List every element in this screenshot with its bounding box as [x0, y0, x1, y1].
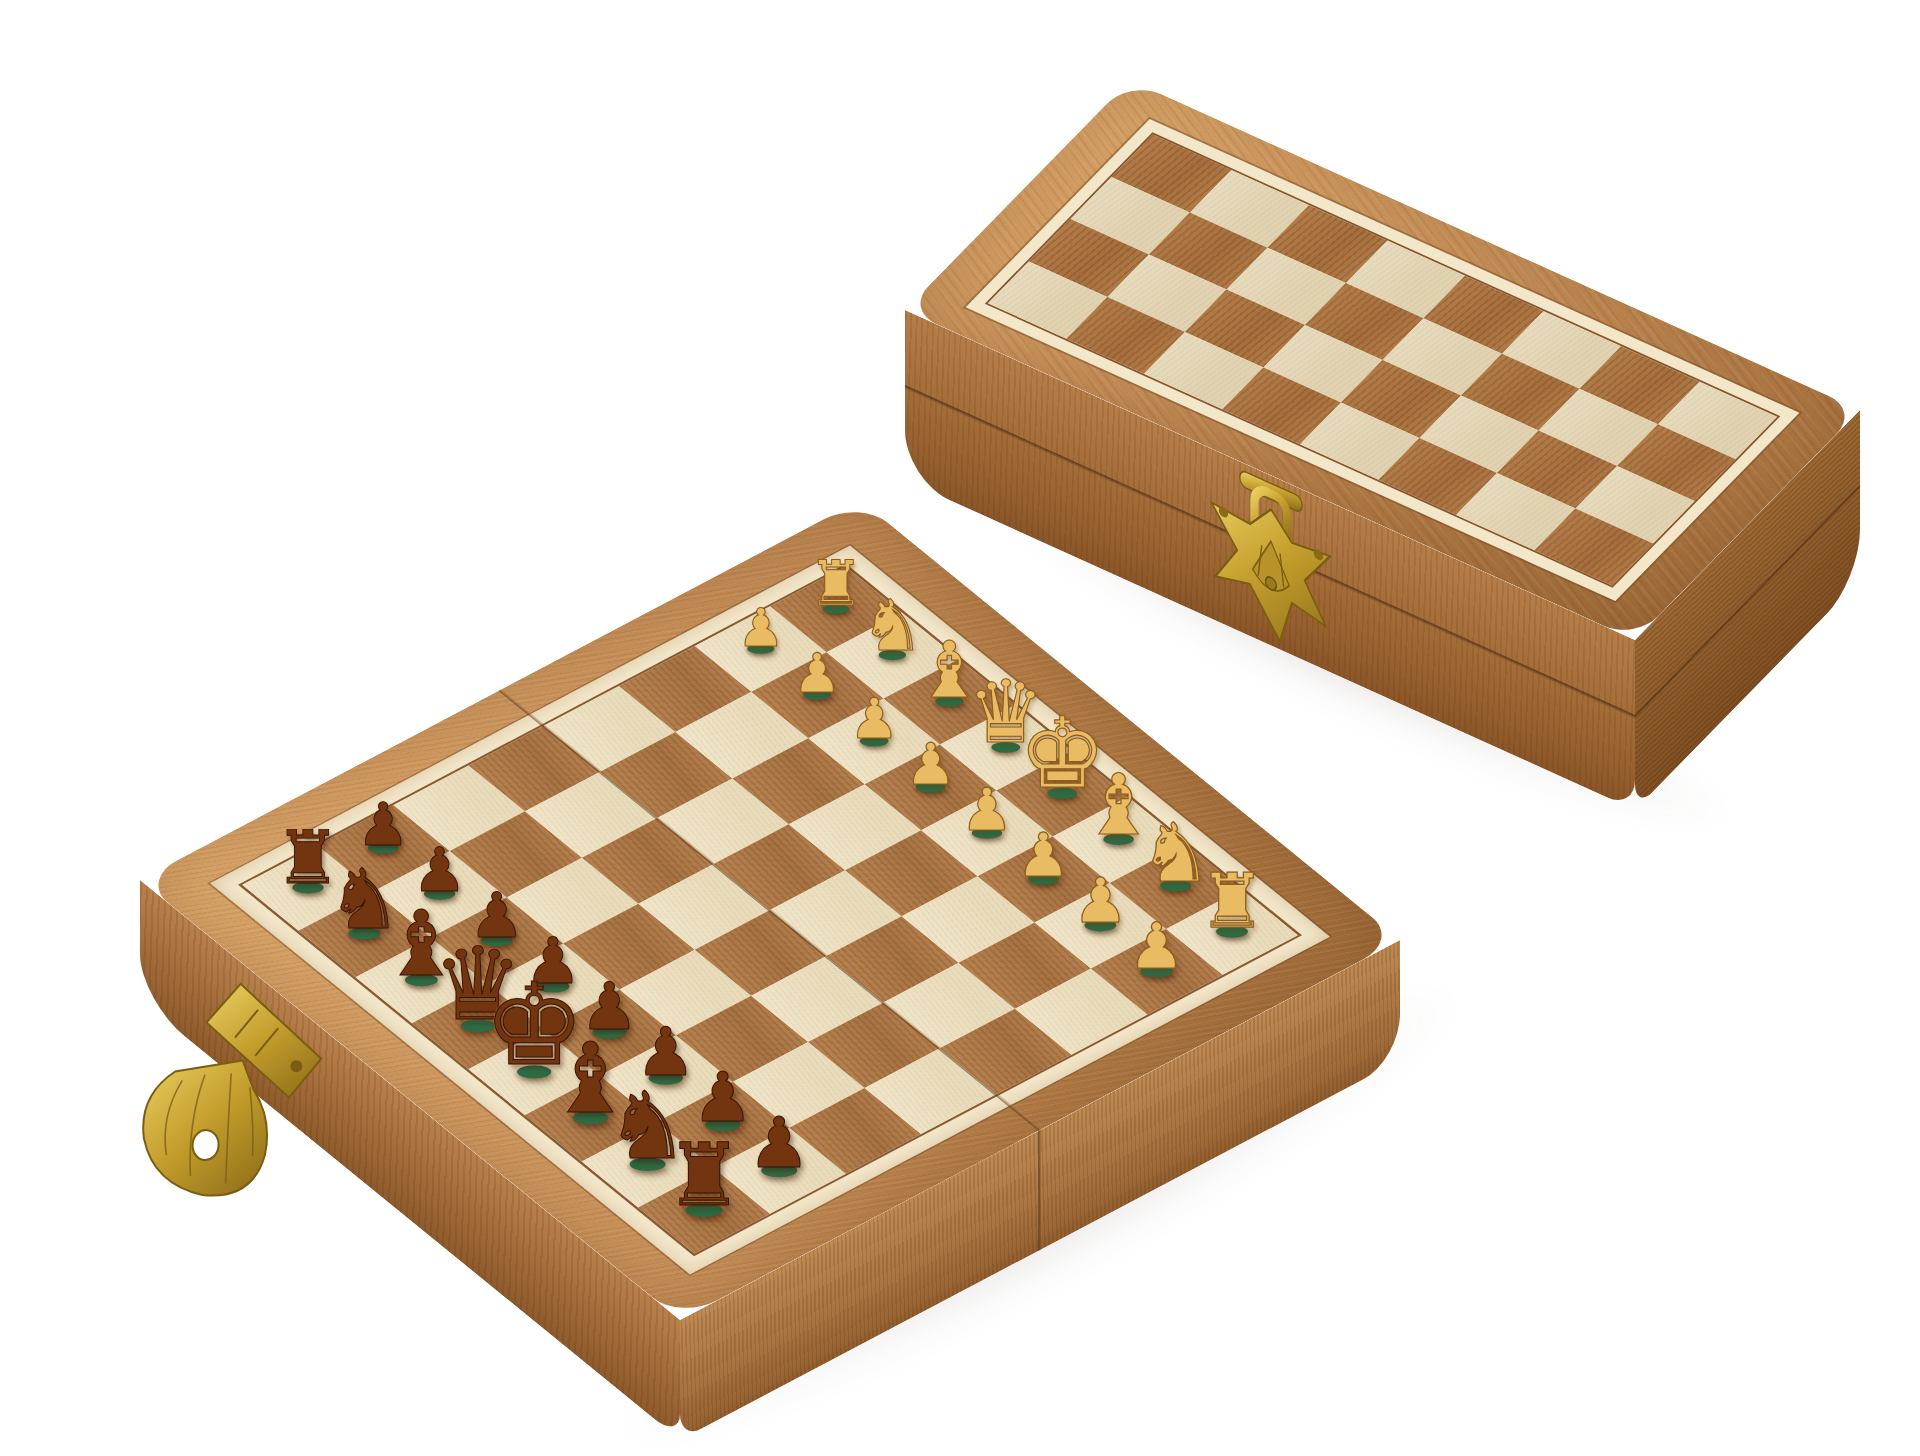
brass-latch-open-icon	[99, 944, 355, 1227]
white-pawn-glyph: ♟	[1084, 918, 1228, 976]
black-rook-glyph: ♜	[623, 1136, 785, 1215]
board-fold-seam-side	[1038, 1129, 1041, 1251]
product-photo-scene: ♜♞♝♛♚♝♞♜♟♟♟♟♟♟♟♟♟♟♟♟♟♟♟♟♜♞♝♛♚♝♞♜	[0, 0, 1920, 1456]
